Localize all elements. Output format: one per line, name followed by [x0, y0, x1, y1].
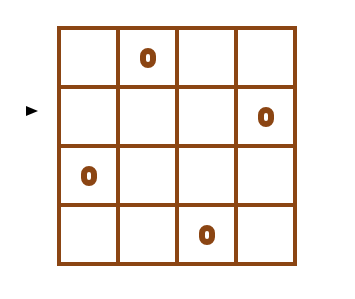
- circle-marker: [199, 225, 215, 245]
- cell-r2c3[interactable]: [179, 89, 234, 144]
- cell-r4c2[interactable]: [120, 207, 175, 262]
- circle-marker: [258, 107, 274, 127]
- cell-r4c4[interactable]: [238, 207, 293, 262]
- cell-r2c1[interactable]: [61, 89, 116, 144]
- cell-r1c1[interactable]: [61, 30, 116, 85]
- cell-r3c1[interactable]: [61, 148, 116, 203]
- cell-r1c3[interactable]: [179, 30, 234, 85]
- cell-r3c4[interactable]: [238, 148, 293, 203]
- cell-r2c2[interactable]: [120, 89, 175, 144]
- cell-r2c4[interactable]: [238, 89, 293, 144]
- cell-r3c3[interactable]: [179, 148, 234, 203]
- cell-r3c2[interactable]: [120, 148, 175, 203]
- circle-marker: [81, 166, 97, 186]
- board: [57, 26, 297, 266]
- puzzle-diagram: [0, 0, 355, 299]
- circle-marker: [140, 48, 156, 68]
- cell-r1c4[interactable]: [238, 30, 293, 85]
- cell-r4c3[interactable]: [179, 207, 234, 262]
- cell-r4c1[interactable]: [61, 207, 116, 262]
- cell-r1c2[interactable]: [120, 30, 175, 85]
- row-pointer-arrow-icon: [26, 106, 38, 116]
